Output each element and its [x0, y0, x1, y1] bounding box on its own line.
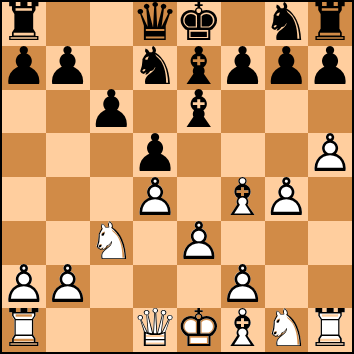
square-h1[interactable]: ♜♖ — [308, 308, 352, 352]
black-rook-icon: ♜ — [308, 2, 352, 46]
black-bishop-icon: ♝ — [177, 46, 221, 90]
square-b1[interactable] — [46, 308, 90, 352]
square-a5[interactable] — [2, 133, 46, 177]
square-d3[interactable] — [133, 221, 177, 265]
square-a6[interactable] — [2, 90, 46, 134]
square-g5[interactable] — [265, 133, 309, 177]
board-frame: ♜♛♚♞♜♟♟♞♝♟♟♟♟♝♟♟♙♟♙♝♗♟♙♞♘♟♙♟♙♟♙♟♙♜♖♛♕♚♔♝… — [0, 0, 354, 354]
square-c5[interactable] — [90, 133, 134, 177]
square-a8[interactable]: ♜ — [2, 2, 46, 46]
square-h8[interactable]: ♜ — [308, 2, 352, 46]
square-d7[interactable]: ♞ — [133, 46, 177, 90]
square-c2[interactable] — [90, 265, 134, 309]
square-f6[interactable] — [221, 90, 265, 134]
square-a1[interactable]: ♜♖ — [2, 308, 46, 352]
square-f3[interactable] — [221, 221, 265, 265]
square-c1[interactable] — [90, 308, 134, 352]
black-pawn-icon: ♟ — [90, 90, 134, 134]
square-h4[interactable] — [308, 177, 352, 221]
square-a4[interactable] — [2, 177, 46, 221]
white-rook-icon: ♜♖ — [2, 308, 46, 352]
black-king-icon: ♚ — [177, 2, 221, 46]
square-e4[interactable] — [177, 177, 221, 221]
square-g7[interactable]: ♟ — [265, 46, 309, 90]
white-pawn-icon: ♟♙ — [308, 133, 352, 177]
black-pawn-icon: ♟ — [308, 46, 352, 90]
black-pawn-icon: ♟ — [2, 46, 46, 90]
black-knight-icon: ♞ — [265, 2, 309, 46]
black-bishop-icon: ♝ — [177, 90, 221, 134]
square-e1[interactable]: ♚♔ — [177, 308, 221, 352]
square-c4[interactable] — [90, 177, 134, 221]
square-b3[interactable] — [46, 221, 90, 265]
white-pawn-icon: ♟♙ — [133, 177, 177, 221]
square-c7[interactable] — [90, 46, 134, 90]
square-h2[interactable] — [308, 265, 352, 309]
white-bishop-icon: ♝♗ — [221, 308, 265, 352]
square-d1[interactable]: ♛♕ — [133, 308, 177, 352]
white-pawn-icon: ♟♙ — [46, 265, 90, 309]
white-knight-icon: ♞♘ — [90, 221, 134, 265]
square-c6[interactable]: ♟ — [90, 90, 134, 134]
black-pawn-icon: ♟ — [221, 46, 265, 90]
square-g3[interactable] — [265, 221, 309, 265]
square-d4[interactable]: ♟♙ — [133, 177, 177, 221]
square-f2[interactable]: ♟♙ — [221, 265, 265, 309]
black-queen-icon: ♛ — [133, 2, 177, 46]
square-g6[interactable] — [265, 90, 309, 134]
square-c3[interactable]: ♞♘ — [90, 221, 134, 265]
white-pawn-icon: ♟♙ — [265, 177, 309, 221]
square-h5[interactable]: ♟♙ — [308, 133, 352, 177]
square-b8[interactable] — [46, 2, 90, 46]
square-h7[interactable]: ♟ — [308, 46, 352, 90]
square-b7[interactable]: ♟ — [46, 46, 90, 90]
square-e6[interactable]: ♝ — [177, 90, 221, 134]
square-e3[interactable]: ♟♙ — [177, 221, 221, 265]
white-king-icon: ♚♔ — [177, 308, 221, 352]
square-d5[interactable]: ♟ — [133, 133, 177, 177]
square-a7[interactable]: ♟ — [2, 46, 46, 90]
square-e8[interactable]: ♚ — [177, 2, 221, 46]
square-b2[interactable]: ♟♙ — [46, 265, 90, 309]
black-pawn-icon: ♟ — [265, 46, 309, 90]
white-queen-icon: ♛♕ — [133, 308, 177, 352]
white-pawn-icon: ♟♙ — [2, 265, 46, 309]
square-a2[interactable]: ♟♙ — [2, 265, 46, 309]
square-f7[interactable]: ♟ — [221, 46, 265, 90]
white-knight-icon: ♞♘ — [265, 308, 309, 352]
black-pawn-icon: ♟ — [46, 46, 90, 90]
square-d2[interactable] — [133, 265, 177, 309]
square-e5[interactable] — [177, 133, 221, 177]
square-e2[interactable] — [177, 265, 221, 309]
white-bishop-icon: ♝♗ — [221, 177, 265, 221]
square-g8[interactable]: ♞ — [265, 2, 309, 46]
square-e7[interactable]: ♝ — [177, 46, 221, 90]
white-rook-icon: ♜♖ — [308, 308, 352, 352]
chess-board: ♜♛♚♞♜♟♟♞♝♟♟♟♟♝♟♟♙♟♙♝♗♟♙♞♘♟♙♟♙♟♙♟♙♜♖♛♕♚♔♝… — [2, 2, 352, 352]
square-g2[interactable] — [265, 265, 309, 309]
square-g1[interactable]: ♞♘ — [265, 308, 309, 352]
square-a3[interactable] — [2, 221, 46, 265]
square-b4[interactable] — [46, 177, 90, 221]
white-pawn-icon: ♟♙ — [221, 265, 265, 309]
black-rook-icon: ♜ — [2, 2, 46, 46]
square-f4[interactable]: ♝♗ — [221, 177, 265, 221]
square-h6[interactable] — [308, 90, 352, 134]
square-h3[interactable] — [308, 221, 352, 265]
square-d8[interactable]: ♛ — [133, 2, 177, 46]
square-d6[interactable] — [133, 90, 177, 134]
square-c8[interactable] — [90, 2, 134, 46]
square-b6[interactable] — [46, 90, 90, 134]
square-f8[interactable] — [221, 2, 265, 46]
black-knight-icon: ♞ — [133, 46, 177, 90]
white-pawn-icon: ♟♙ — [177, 221, 221, 265]
square-b5[interactable] — [46, 133, 90, 177]
black-pawn-icon: ♟ — [133, 133, 177, 177]
square-f1[interactable]: ♝♗ — [221, 308, 265, 352]
square-f5[interactable] — [221, 133, 265, 177]
square-g4[interactable]: ♟♙ — [265, 177, 309, 221]
